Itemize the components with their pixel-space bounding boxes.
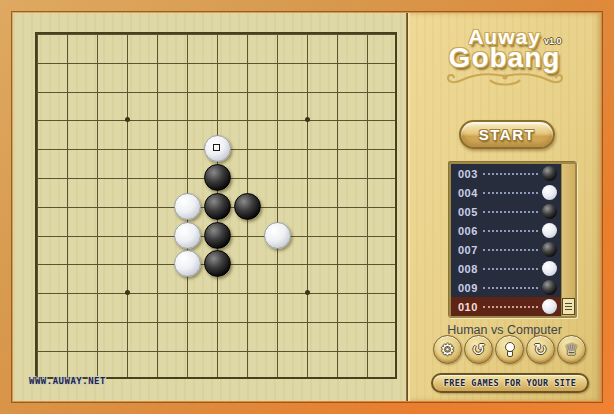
white-stone xyxy=(174,193,201,220)
move-number: 006 xyxy=(458,225,478,237)
dotted-leader xyxy=(483,167,538,176)
banner-label: FREE GAMES FOR YOUR SITE xyxy=(444,378,576,388)
undo-button[interactable]: ↺ xyxy=(464,335,493,364)
move-list-scrollbar[interactable] xyxy=(561,164,575,316)
star-point xyxy=(125,290,130,295)
white-stone-icon xyxy=(542,261,557,276)
move-list-row[interactable]: 010 xyxy=(451,297,561,316)
white-stone-icon xyxy=(542,185,557,200)
redo-arrow-icon: ↻ xyxy=(534,342,547,358)
move-number: 008 xyxy=(458,263,478,275)
move-list-row[interactable]: 003 xyxy=(451,164,561,183)
dotted-leader xyxy=(483,186,538,195)
black-stone-icon xyxy=(542,280,557,295)
black-stone xyxy=(234,193,261,220)
star-point xyxy=(125,117,130,122)
move-list-rows: 003004005006007008009010 xyxy=(451,164,561,316)
dotted-leader xyxy=(483,262,538,271)
start-button-label: START xyxy=(479,126,535,143)
white-stone-icon xyxy=(542,299,557,314)
move-number: 004 xyxy=(458,187,478,199)
redo-button[interactable]: ↻ xyxy=(526,335,555,364)
flourish-ornament-icon xyxy=(440,70,570,90)
window-content: WWW.AUWAY.NET Auway v1.0 Gobang START xyxy=(13,13,601,401)
crown-icon: ♕ xyxy=(564,342,578,358)
white-stone-icon xyxy=(542,223,557,238)
move-number: 005 xyxy=(458,206,478,218)
dotted-leader xyxy=(483,205,538,214)
board-panel: WWW.AUWAY.NET xyxy=(13,13,407,401)
game-logo: Auway v1.0 Gobang xyxy=(408,26,601,90)
dotted-leader xyxy=(483,300,538,309)
ranking-button[interactable]: ♕ xyxy=(557,335,586,364)
gear-icon: ⚙ xyxy=(440,342,454,358)
site-watermark: WWW.AUWAY.NET xyxy=(29,376,106,386)
black-stone xyxy=(204,164,231,191)
move-number: 009 xyxy=(458,282,478,294)
scrollbar-thumb[interactable] xyxy=(562,298,575,315)
move-list-row[interactable]: 008 xyxy=(451,259,561,278)
move-number: 010 xyxy=(458,301,478,313)
last-move-marker xyxy=(213,144,220,151)
logo-title-line2: Gobang xyxy=(408,44,601,72)
star-point xyxy=(305,117,310,122)
move-list-row[interactable]: 006 xyxy=(451,221,561,240)
black-stone-icon xyxy=(542,242,557,257)
move-list: 003004005006007008009010 xyxy=(449,162,577,318)
settings-button[interactable]: ⚙ xyxy=(433,335,462,364)
white-stone xyxy=(204,135,231,162)
black-stone xyxy=(204,222,231,249)
black-stone-icon xyxy=(542,204,557,219)
control-button-row: ⚙ ↺ ↻ ♕ xyxy=(433,335,586,364)
black-stone-icon xyxy=(542,166,557,181)
undo-arrow-icon: ↺ xyxy=(472,342,485,358)
black-stone xyxy=(204,193,231,220)
sidebar: Auway v1.0 Gobang START 0030040050060070… xyxy=(407,13,601,401)
dotted-leader xyxy=(483,224,538,233)
black-stone xyxy=(204,250,231,277)
hint-button[interactable] xyxy=(495,335,524,364)
star-point xyxy=(305,290,310,295)
move-list-row[interactable]: 007 xyxy=(451,240,561,259)
logo-version: v1.0 xyxy=(544,36,562,46)
move-list-row[interactable]: 009 xyxy=(451,278,561,297)
move-list-row[interactable]: 004 xyxy=(451,183,561,202)
free-games-banner[interactable]: FREE GAMES FOR YOUR SITE xyxy=(431,373,589,393)
move-list-row[interactable]: 005 xyxy=(451,202,561,221)
white-stone xyxy=(174,222,201,249)
dotted-leader xyxy=(483,281,538,290)
white-stone xyxy=(264,222,291,249)
start-button[interactable]: START xyxy=(459,120,555,149)
dotted-leader xyxy=(483,243,538,252)
move-number: 003 xyxy=(458,168,478,180)
white-stone xyxy=(174,250,201,277)
light-bulb-icon xyxy=(504,342,516,358)
gobang-game-window: WWW.AUWAY.NET Auway v1.0 Gobang START xyxy=(0,0,614,414)
move-number: 007 xyxy=(458,244,478,256)
